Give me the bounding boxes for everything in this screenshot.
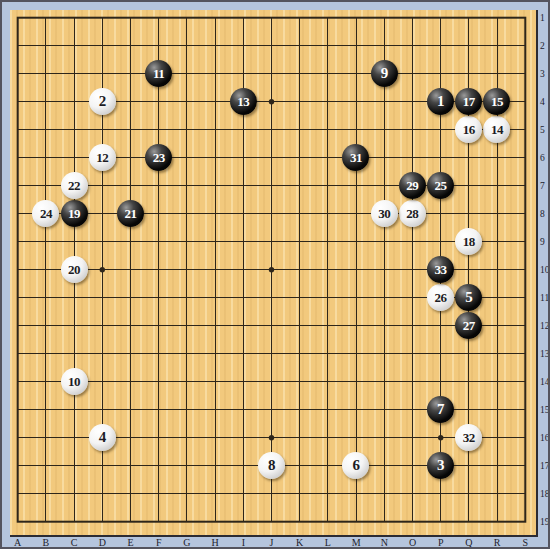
row-label-3: 3 <box>540 69 545 79</box>
column-label-R: R <box>494 537 501 549</box>
row-label-15: 15 <box>540 405 550 415</box>
star-point-P4 <box>438 99 443 104</box>
row-label-6: 6 <box>540 153 545 163</box>
star-point-J16 <box>269 435 274 440</box>
row-label-16: 16 <box>540 433 550 443</box>
column-label-O: O <box>409 537 416 549</box>
column-label-N: N <box>381 537 388 549</box>
column-label-J: J <box>270 537 274 549</box>
column-label-E: E <box>127 537 133 549</box>
row-label-2: 2 <box>540 41 545 51</box>
board-grid-lines <box>10 10 536 535</box>
row-label-11: 11 <box>540 293 549 303</box>
row-label-10: 10 <box>540 265 550 275</box>
star-point-P10 <box>438 267 443 272</box>
column-label-H: H <box>211 537 218 549</box>
star-point-D4 <box>100 99 105 104</box>
column-label-B: B <box>43 537 50 549</box>
star-point-J10 <box>269 267 274 272</box>
row-label-4: 4 <box>540 97 545 107</box>
row-label-18: 18 <box>540 489 550 499</box>
row-label-5: 5 <box>540 125 545 135</box>
column-label-C: C <box>71 537 78 549</box>
column-label-F: F <box>156 537 162 549</box>
star-point-D16 <box>100 435 105 440</box>
go-board[interactable]: 1234567891011121314151617181920212223242… <box>10 10 538 537</box>
column-label-M: M <box>352 537 361 549</box>
star-point-D10 <box>100 267 105 272</box>
row-label-14: 14 <box>540 377 550 387</box>
column-label-I: I <box>242 537 245 549</box>
row-label-9: 9 <box>540 237 545 247</box>
column-label-K: K <box>296 537 303 549</box>
row-label-12: 12 <box>540 321 550 331</box>
star-point-P16 <box>438 435 443 440</box>
column-label-A: A <box>14 537 21 549</box>
column-label-L: L <box>325 537 331 549</box>
column-label-Q: Q <box>465 537 472 549</box>
go-app-window: 1234567891011121314151617181920212223242… <box>0 0 550 549</box>
row-label-17: 17 <box>540 461 550 471</box>
column-label-D: D <box>99 537 106 549</box>
row-label-7: 7 <box>540 181 545 191</box>
row-label-13: 13 <box>540 349 550 359</box>
row-label-1: 1 <box>540 13 545 23</box>
column-label-G: G <box>183 537 190 549</box>
star-point-J4 <box>269 99 274 104</box>
column-label-P: P <box>438 537 444 549</box>
row-label-8: 8 <box>540 209 545 219</box>
row-label-19: 19 <box>540 517 550 527</box>
column-label-S: S <box>523 537 529 549</box>
